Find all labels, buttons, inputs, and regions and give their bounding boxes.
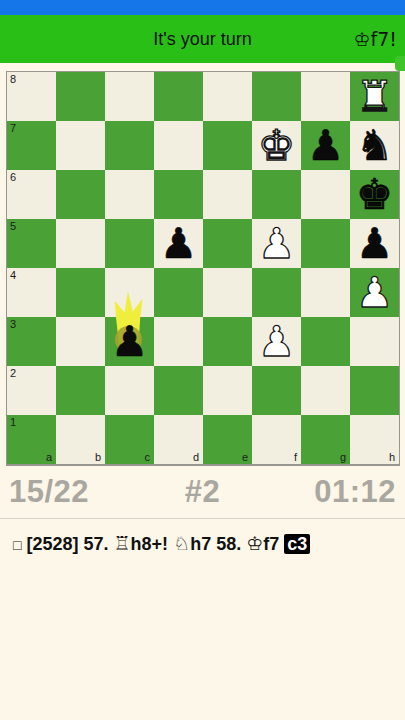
last-own-move-label: ♔f7! bbox=[354, 28, 397, 50]
square-h5[interactable]: ♟ bbox=[350, 219, 399, 268]
square-c6[interactable] bbox=[105, 170, 154, 219]
square-f8[interactable] bbox=[252, 72, 301, 121]
square-e8[interactable] bbox=[203, 72, 252, 121]
chess-board[interactable]: 8♜7♚♟♞6♚5♟♟♟4♟3♟♟21abcdefgh bbox=[6, 71, 400, 466]
square-f2[interactable] bbox=[252, 366, 301, 415]
figurine-glyph: ♖ bbox=[114, 532, 131, 554]
move-text: f7 bbox=[263, 534, 284, 554]
square-e5[interactable] bbox=[203, 219, 252, 268]
android-status-bar bbox=[0, 0, 405, 15]
piece-white-king-f7[interactable]: ♚ bbox=[252, 121, 301, 170]
square-e4[interactable] bbox=[203, 268, 252, 317]
rank-label-4: 4 bbox=[10, 269, 16, 281]
highlighted-last-move[interactable]: c3 bbox=[284, 534, 310, 554]
square-h3[interactable] bbox=[350, 317, 399, 366]
square-a2[interactable]: 2 bbox=[7, 366, 56, 415]
rank-label-6: 6 bbox=[10, 171, 16, 183]
square-d7[interactable] bbox=[154, 121, 203, 170]
piece-black-pawn-h5[interactable]: ♟ bbox=[350, 219, 399, 268]
square-g3[interactable] bbox=[301, 317, 350, 366]
square-g8[interactable] bbox=[301, 72, 350, 121]
square-d6[interactable] bbox=[154, 170, 203, 219]
square-h7[interactable]: ♞ bbox=[350, 121, 399, 170]
square-a8[interactable]: 8 bbox=[7, 72, 56, 121]
square-b8[interactable] bbox=[56, 72, 105, 121]
file-label-c: c bbox=[145, 451, 151, 463]
square-b3[interactable] bbox=[56, 317, 105, 366]
rank-label-3: 3 bbox=[10, 318, 16, 330]
square-h1[interactable]: h bbox=[350, 415, 399, 464]
piece-black-pawn-g7[interactable]: ♟ bbox=[301, 121, 350, 170]
rank-label-7: 7 bbox=[10, 122, 16, 134]
move-text: h8+! bbox=[131, 534, 174, 554]
piece-black-king-h6[interactable]: ♚ bbox=[350, 170, 399, 219]
rank-label-5: 5 bbox=[10, 220, 16, 232]
piece-white-pawn-f5[interactable]: ♟ bbox=[252, 219, 301, 268]
square-e6[interactable] bbox=[203, 170, 252, 219]
square-b4[interactable] bbox=[56, 268, 105, 317]
square-f3[interactable]: ♟ bbox=[252, 317, 301, 366]
edge-peek-tab[interactable] bbox=[395, 56, 405, 71]
square-d3[interactable] bbox=[154, 317, 203, 366]
rank-label-8: 8 bbox=[10, 73, 16, 85]
square-d4[interactable] bbox=[154, 268, 203, 317]
square-b6[interactable] bbox=[56, 170, 105, 219]
square-g6[interactable] bbox=[301, 170, 350, 219]
square-c8[interactable] bbox=[105, 72, 154, 121]
square-e7[interactable] bbox=[203, 121, 252, 170]
square-g7[interactable]: ♟ bbox=[301, 121, 350, 170]
file-label-f: f bbox=[294, 451, 297, 463]
square-e2[interactable] bbox=[203, 366, 252, 415]
square-d5[interactable]: ♟ bbox=[154, 219, 203, 268]
square-a3[interactable]: 3 bbox=[7, 317, 56, 366]
square-f7[interactable]: ♚ bbox=[252, 121, 301, 170]
figurine-glyph: ♔ bbox=[246, 532, 263, 554]
square-g1[interactable]: g bbox=[301, 415, 350, 464]
piece-black-pawn-c3[interactable]: ♟ bbox=[105, 317, 154, 366]
square-a1[interactable]: 1a bbox=[7, 415, 56, 464]
square-h2[interactable] bbox=[350, 366, 399, 415]
piece-white-pawn-f3[interactable]: ♟ bbox=[252, 317, 301, 366]
square-d8[interactable] bbox=[154, 72, 203, 121]
file-label-e: e bbox=[242, 451, 248, 463]
square-h4[interactable]: ♟ bbox=[350, 268, 399, 317]
square-a5[interactable]: 5 bbox=[7, 219, 56, 268]
square-c7[interactable] bbox=[105, 121, 154, 170]
file-label-h: h bbox=[389, 451, 395, 463]
stats-row: 15/22 #2 01:12 bbox=[0, 466, 405, 518]
file-label-b: b bbox=[95, 451, 101, 463]
square-b7[interactable] bbox=[56, 121, 105, 170]
attempt-number: #2 bbox=[185, 474, 220, 510]
square-g5[interactable] bbox=[301, 219, 350, 268]
square-f1[interactable]: f bbox=[252, 415, 301, 464]
square-d1[interactable]: d bbox=[154, 415, 203, 464]
square-e3[interactable] bbox=[203, 317, 252, 366]
square-f4[interactable] bbox=[252, 268, 301, 317]
turn-banner: It's your turn ♔f7! bbox=[0, 15, 405, 63]
square-e1[interactable]: e bbox=[203, 415, 252, 464]
timer: 01:12 bbox=[314, 474, 396, 510]
square-b1[interactable]: b bbox=[56, 415, 105, 464]
square-a6[interactable]: 6 bbox=[7, 170, 56, 219]
figurine-glyph: ♘ bbox=[173, 532, 190, 554]
piece-black-knight-h7[interactable]: ♞ bbox=[350, 121, 399, 170]
square-b5[interactable] bbox=[56, 219, 105, 268]
move-list[interactable]: □ [2528] 57. ♖h8+! ♘h7 58. ♔f7 c3 bbox=[0, 519, 405, 556]
square-f6[interactable] bbox=[252, 170, 301, 219]
piece-black-pawn-d5[interactable]: ♟ bbox=[154, 219, 203, 268]
rank-label-2: 2 bbox=[10, 367, 16, 379]
square-a4[interactable]: 4 bbox=[7, 268, 56, 317]
square-h8[interactable]: ♜ bbox=[350, 72, 399, 121]
file-label-d: d bbox=[193, 451, 199, 463]
square-c3[interactable]: ♟ bbox=[105, 317, 154, 366]
square-f5[interactable]: ♟ bbox=[252, 219, 301, 268]
square-g4[interactable] bbox=[301, 268, 350, 317]
square-a7[interactable]: 7 bbox=[7, 121, 56, 170]
square-d2[interactable] bbox=[154, 366, 203, 415]
turn-banner-title: It's your turn bbox=[153, 29, 251, 50]
rank-label-1: 1 bbox=[10, 416, 16, 428]
move-text: h7 bbox=[190, 534, 216, 554]
piece-white-rook-h8[interactable]: ♜ bbox=[350, 72, 399, 121]
piece-white-pawn-h4[interactable]: ♟ bbox=[350, 268, 399, 317]
square-c2[interactable] bbox=[105, 366, 154, 415]
move-text: 58. bbox=[216, 534, 246, 554]
square-h6[interactable]: ♚ bbox=[350, 170, 399, 219]
puzzle-progress-counter: 15/22 bbox=[9, 474, 89, 510]
move-text: 57. bbox=[84, 534, 114, 554]
move-text: [2528] bbox=[21, 534, 83, 554]
square-b2[interactable] bbox=[56, 366, 105, 415]
square-c5[interactable] bbox=[105, 219, 154, 268]
square-c1[interactable]: c bbox=[105, 415, 154, 464]
square-g2[interactable] bbox=[301, 366, 350, 415]
file-label-a: a bbox=[46, 451, 52, 463]
app-screen: { "game": "chess", "position": { "fen": … bbox=[0, 0, 405, 720]
file-label-g: g bbox=[340, 451, 346, 463]
